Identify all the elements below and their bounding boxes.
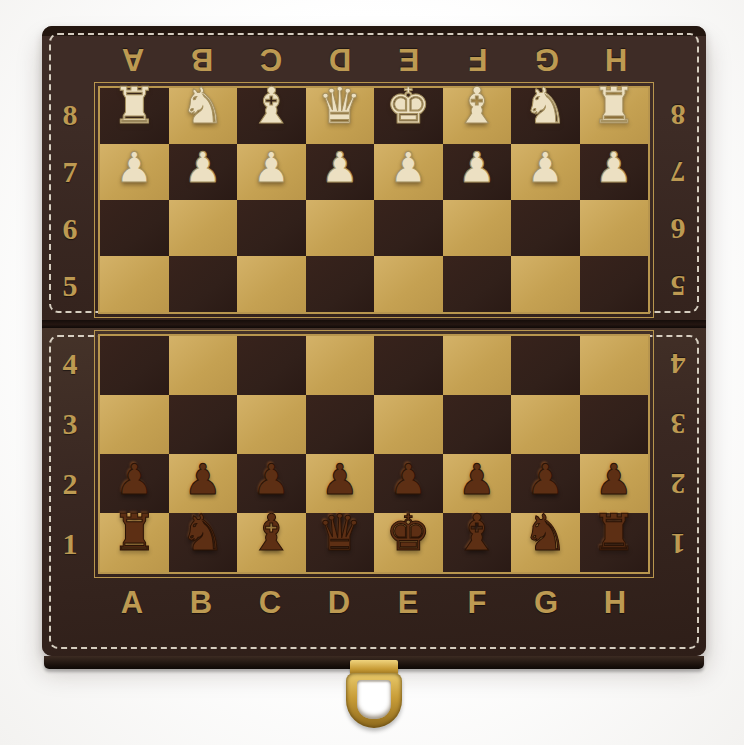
rank-label: 5: [42, 269, 98, 303]
square-d8: ♛: [306, 88, 375, 144]
dark-pawn: ♟: [252, 459, 290, 501]
board-ranks-8-to-5: ♜♞♝♛♚♝♞♜♟♟♟♟♟♟♟♟: [98, 86, 650, 314]
square-f3: [443, 395, 512, 454]
file-label: D: [305, 41, 374, 77]
rank-labels-left-upper: 8 7 6 5: [42, 86, 98, 314]
square-e4: [374, 336, 443, 395]
white-knight: ♞: [523, 81, 568, 131]
square-b5: [169, 256, 238, 312]
square-f6: [443, 200, 512, 256]
square-b8: ♞: [169, 88, 238, 144]
rank-label: 8: [42, 98, 98, 132]
dark-pawn: ♟: [595, 459, 633, 501]
rank-label: 7: [42, 155, 98, 189]
square-h6: [580, 200, 649, 256]
rank-labels-right-lower: 4 3 2 1: [650, 334, 706, 574]
rank-label: 2: [42, 467, 98, 501]
rank-label: 1: [42, 527, 98, 561]
square-g8: ♞: [511, 88, 580, 144]
file-label: C: [236, 585, 305, 621]
file-label: G: [512, 41, 581, 77]
white-pawn: ♟: [115, 147, 153, 189]
dark-pawn: ♟: [458, 459, 496, 501]
white-pawn: ♟: [458, 147, 496, 189]
square-f7: ♟: [443, 144, 512, 200]
square-d7: ♟: [306, 144, 375, 200]
file-labels-bottom: A B C D E F G H: [98, 574, 650, 632]
rank-label: 4: [42, 347, 98, 381]
dark-knight: ♞: [180, 508, 225, 558]
file-label: E: [374, 41, 443, 77]
square-c4: [237, 336, 306, 395]
rank-labels-right-upper: 8 7 6 5: [650, 86, 706, 314]
square-d1: ♛: [306, 513, 375, 572]
square-g6: [511, 200, 580, 256]
rank-label: 1: [650, 527, 706, 561]
gold-clasp-icon: [346, 673, 402, 728]
board-upper-half: A B C D E F G H 8 7 6 5 ♜♞♝♛♚♝♞♜♟♟♟♟♟♟♟♟: [42, 26, 706, 320]
square-a8: ♜: [100, 88, 169, 144]
square-e7: ♟: [374, 144, 443, 200]
square-f1: ♝: [443, 513, 512, 572]
chess-box: A B C D E F G H 8 7 6 5 ♜♞♝♛♚♝♞♜♟♟♟♟♟♟♟♟: [42, 26, 706, 656]
dark-bishop: ♝: [454, 508, 499, 558]
dark-queen: ♛: [317, 508, 362, 558]
square-g7: ♟: [511, 144, 580, 200]
square-e6: [374, 200, 443, 256]
rank-labels-left-lower: 4 3 2 1: [42, 334, 98, 574]
file-label: C: [236, 41, 305, 77]
square-a7: ♟: [100, 144, 169, 200]
white-rook: ♜: [591, 81, 636, 131]
square-h8: ♜: [580, 88, 649, 144]
file-label: A: [98, 41, 167, 77]
square-h5: [580, 256, 649, 312]
square-e1: ♚: [374, 513, 443, 572]
rank-label: 4: [650, 347, 706, 381]
square-g5: [511, 256, 580, 312]
square-b4: [169, 336, 238, 395]
dark-pawn: ♟: [389, 459, 427, 501]
square-c1: ♝: [237, 513, 306, 572]
rank-label: 6: [650, 212, 706, 246]
square-f8: ♝: [443, 88, 512, 144]
square-e8: ♚: [374, 88, 443, 144]
file-label: A: [98, 585, 167, 621]
dark-pawn: ♟: [184, 459, 222, 501]
square-a1: ♜: [100, 513, 169, 572]
dark-bishop: ♝: [249, 508, 294, 558]
square-c5: [237, 256, 306, 312]
file-label: F: [443, 41, 512, 77]
square-c3: [237, 395, 306, 454]
file-label: F: [443, 585, 512, 621]
file-label: B: [167, 585, 236, 621]
dark-pawn: ♟: [321, 459, 359, 501]
square-e3: [374, 395, 443, 454]
white-pawn: ♟: [321, 147, 359, 189]
rank-label: 5: [650, 269, 706, 303]
square-a6: [100, 200, 169, 256]
white-queen: ♛: [317, 81, 362, 131]
white-knight: ♞: [180, 81, 225, 131]
rank-label: 8: [650, 98, 706, 132]
file-label: H: [581, 585, 650, 621]
dark-king: ♚: [386, 508, 431, 558]
square-g4: [511, 336, 580, 395]
square-h7: ♟: [580, 144, 649, 200]
fold-hinge-seam: [42, 320, 706, 328]
square-h3: [580, 395, 649, 454]
square-d6: [306, 200, 375, 256]
square-a3: [100, 395, 169, 454]
square-g1: ♞: [511, 513, 580, 572]
board-lower-half: 4 3 2 1 ♟♟♟♟♟♟♟♟♜♞♝♛♚♝♞♜ 4 3 2 1 A B C D: [42, 328, 706, 656]
dark-knight: ♞: [523, 508, 568, 558]
white-rook: ♜: [112, 81, 157, 131]
white-pawn: ♟: [184, 147, 222, 189]
square-c8: ♝: [237, 88, 306, 144]
rank-label: 6: [42, 212, 98, 246]
white-pawn: ♟: [526, 147, 564, 189]
square-f4: [443, 336, 512, 395]
square-d3: [306, 395, 375, 454]
file-label: H: [581, 41, 650, 77]
square-d4: [306, 336, 375, 395]
dark-rook: ♜: [112, 508, 157, 558]
square-b6: [169, 200, 238, 256]
square-a4: [100, 336, 169, 395]
white-pawn: ♟: [389, 147, 427, 189]
file-label: G: [512, 585, 581, 621]
square-e5: [374, 256, 443, 312]
clasp-opening: [357, 680, 391, 719]
square-h1: ♜: [580, 513, 649, 572]
white-king: ♚: [386, 81, 431, 131]
square-d5: [306, 256, 375, 312]
rank-label: 3: [650, 407, 706, 441]
square-b7: ♟: [169, 144, 238, 200]
rank-label: 2: [650, 467, 706, 501]
square-b1: ♞: [169, 513, 238, 572]
rank-label: 7: [650, 155, 706, 189]
dark-rook: ♜: [591, 508, 636, 558]
white-pawn: ♟: [595, 147, 633, 189]
dark-pawn: ♟: [115, 459, 153, 501]
square-g3: [511, 395, 580, 454]
product-photo: A B C D E F G H 8 7 6 5 ♜♞♝♛♚♝♞♜♟♟♟♟♟♟♟♟: [0, 0, 744, 745]
file-label: B: [167, 41, 236, 77]
square-a5: [100, 256, 169, 312]
square-b3: [169, 395, 238, 454]
file-label: D: [305, 585, 374, 621]
square-f5: [443, 256, 512, 312]
square-c6: [237, 200, 306, 256]
square-c7: ♟: [237, 144, 306, 200]
rank-label: 3: [42, 407, 98, 441]
white-pawn: ♟: [252, 147, 290, 189]
dark-pawn: ♟: [526, 459, 564, 501]
file-label: E: [374, 585, 443, 621]
white-bishop: ♝: [454, 81, 499, 131]
square-h4: [580, 336, 649, 395]
white-bishop: ♝: [249, 81, 294, 131]
board-ranks-4-to-1: ♟♟♟♟♟♟♟♟♜♞♝♛♚♝♞♜: [98, 334, 650, 574]
